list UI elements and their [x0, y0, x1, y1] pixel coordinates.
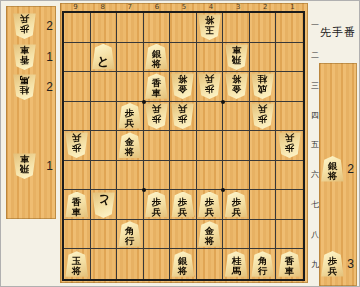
board-cell-1九[interactable]: 香車	[276, 249, 303, 279]
board-cell-8九[interactable]	[91, 249, 118, 279]
board-cell-1五[interactable]: 歩兵	[276, 131, 303, 161]
piece-kanji: 角	[258, 256, 267, 266]
board-cell-6七[interactable]: 歩兵	[144, 190, 171, 220]
gote-piece-5四[interactable]: 歩兵	[171, 103, 194, 129]
piece-kanji: 車	[20, 45, 29, 55]
sente-piece-inhand[interactable]: 歩兵	[321, 251, 344, 277]
piece-kanji: 歩	[328, 256, 337, 266]
board-cell-4五[interactable]	[197, 131, 224, 161]
sente-piece-1九[interactable]: 香車	[278, 251, 301, 277]
file-label: 3	[225, 3, 252, 11]
piece-kanji: 香	[20, 55, 29, 65]
sente-piece-5九[interactable]: 銀将	[171, 251, 194, 277]
gote-piece-5三[interactable]: 金将	[171, 73, 194, 99]
board-cell-6九[interactable]	[144, 249, 171, 279]
gote-piece-6四[interactable]: 歩兵	[145, 103, 168, 129]
piece-kanji: 兵	[152, 104, 161, 114]
sente-piece-9九[interactable]: 玉将	[65, 251, 88, 277]
piece-kanji: 歩	[152, 114, 161, 124]
piece-kanji: 馬	[231, 266, 240, 276]
board-cell-3八[interactable]	[223, 220, 250, 250]
piece-kanji: 歩	[231, 197, 240, 207]
sente-hand-count: 2	[347, 162, 354, 176]
gote-hand-歩兵: 歩兵2	[6, 13, 56, 41]
piece-kanji: 桂	[20, 85, 29, 95]
board-cell-8三[interactable]	[91, 72, 118, 102]
piece-kanji: 銀	[178, 256, 187, 266]
board-cell-8七[interactable]: と	[91, 190, 118, 220]
sente-piece-7八[interactable]: 角行	[118, 221, 141, 247]
sente-piece-7五[interactable]: 金将	[118, 132, 141, 158]
board-cell-9二[interactable]	[64, 43, 91, 73]
gote-hand-香車: 香車1	[6, 44, 56, 72]
board-cell-7七[interactable]	[117, 190, 144, 220]
piece-kanji: 飛	[231, 55, 240, 65]
board-cell-2六[interactable]	[250, 161, 277, 191]
board-cell-3四[interactable]	[223, 102, 250, 132]
file-label: 4	[198, 3, 225, 11]
sente-hand-銀将: 銀将2	[319, 156, 357, 184]
piece-kanji: と	[97, 193, 110, 208]
board-cell-1七[interactable]	[276, 190, 303, 220]
board-cell-1四[interactable]	[276, 102, 303, 132]
piece-kanji: 銀	[328, 161, 337, 171]
board-cell-6一[interactable]	[144, 13, 171, 43]
board-cell-5五[interactable]	[170, 131, 197, 161]
turn-indicator: 先手番	[315, 25, 360, 40]
piece-kanji: 車	[72, 207, 81, 217]
gote-hand-桂馬: 桂馬2	[6, 74, 56, 102]
gote-hand-count: 1	[46, 50, 53, 64]
piece-kanji: 金	[231, 84, 240, 94]
board-cell-9三[interactable]	[64, 72, 91, 102]
file-label: 5	[170, 3, 197, 11]
board-cell-9八[interactable]	[64, 220, 91, 250]
sente-piece-3七[interactable]: 歩兵	[225, 192, 248, 218]
board-cell-5二[interactable]	[170, 43, 197, 73]
gote-captured-tray: 歩兵2香車1桂馬2飛車1	[6, 6, 56, 219]
sente-hand-count: 3	[347, 257, 354, 271]
sente-piece-9七[interactable]: 香車	[65, 192, 88, 218]
piece-kanji: 兵	[231, 207, 240, 217]
board-cell-3三[interactable]: 金将	[223, 72, 250, 102]
piece-kanji: 金	[205, 226, 214, 236]
board-cell-7六[interactable]	[117, 161, 144, 191]
piece-kanji: 金	[125, 137, 134, 147]
gote-piece-inhand[interactable]: 桂馬	[13, 74, 36, 100]
file-label: 1	[279, 3, 306, 11]
piece-kanji: 兵	[205, 74, 214, 84]
board-cell-3二[interactable]: 飛車	[223, 43, 250, 73]
board-cell-9七[interactable]: 香車	[64, 190, 91, 220]
file-label: 6	[143, 3, 170, 11]
board-cell-1六[interactable]	[276, 161, 303, 191]
board-cell-4一[interactable]: 玉将	[197, 13, 224, 43]
board-cell-6四[interactable]: 歩兵	[144, 102, 171, 132]
board-cell-9五[interactable]: 歩兵	[64, 131, 91, 161]
board-cell-4二[interactable]	[197, 43, 224, 73]
sente-piece-2九[interactable]: 角行	[251, 251, 274, 277]
file-label: 2	[252, 3, 279, 11]
piece-kanji: 桂	[231, 256, 240, 266]
board-cell-9四[interactable]	[64, 102, 91, 132]
gote-piece-2三[interactable]: 成桂	[251, 73, 274, 99]
board-cell-7八[interactable]: 角行	[117, 220, 144, 250]
piece-kanji: 車	[285, 266, 294, 276]
piece-kanji: 歩	[205, 197, 214, 207]
shogi-app-window: 歩兵2香車1桂馬2飛車1 987654321 玉将と銀将飛車香車金将歩兵金将成桂…	[0, 0, 360, 287]
board-cell-5六[interactable]	[170, 161, 197, 191]
board-cell-4三[interactable]: 歩兵	[197, 72, 224, 102]
board-cell-4八[interactable]: 金将	[197, 220, 224, 250]
piece-kanji: 将	[231, 74, 240, 84]
piece-kanji: 角	[125, 226, 134, 236]
sente-piece-5七[interactable]: 歩兵	[171, 192, 194, 218]
piece-kanji: 歩	[285, 143, 294, 153]
piece-kanji: 歩	[72, 143, 81, 153]
gote-piece-3二[interactable]: 飛車	[225, 44, 248, 70]
board-cell-9一[interactable]	[64, 13, 91, 43]
gote-piece-3三[interactable]: 金将	[225, 73, 248, 99]
gote-hand-count: 2	[46, 19, 53, 33]
piece-kanji: 歩	[125, 108, 134, 118]
piece-kanji: 兵	[258, 104, 267, 114]
board-cell-5七[interactable]: 歩兵	[170, 190, 197, 220]
piece-kanji: 香	[285, 256, 294, 266]
piece-kanji: 将	[328, 171, 337, 181]
board-cell-1一[interactable]	[276, 13, 303, 43]
board-cell-2四[interactable]: 歩兵	[250, 102, 277, 132]
piece-kanji: 成	[258, 84, 267, 94]
piece-kanji: 兵	[20, 14, 29, 24]
sente-piece-6二[interactable]: 銀将	[145, 44, 168, 70]
gote-piece-inhand[interactable]: 歩兵	[13, 13, 36, 39]
board-cell-1八[interactable]	[276, 220, 303, 250]
board-cell-1三[interactable]	[276, 72, 303, 102]
board-cell-2三[interactable]: 成桂	[250, 72, 277, 102]
piece-kanji: 歩	[20, 24, 29, 34]
piece-kanji: 将	[72, 266, 81, 276]
file-labels: 987654321	[62, 3, 306, 11]
board-cell-8二[interactable]: と	[91, 43, 118, 73]
hoshi-dot	[221, 100, 225, 104]
board-cell-3九[interactable]: 桂馬	[223, 249, 250, 279]
board-cell-4七[interactable]: 歩兵	[197, 190, 224, 220]
board-cell-6二[interactable]: 銀将	[144, 43, 171, 73]
board-cell-6六[interactable]	[144, 161, 171, 191]
piece-kanji: 行	[125, 236, 134, 246]
hoshi-dot	[142, 100, 146, 104]
board-cell-2一[interactable]	[250, 13, 277, 43]
piece-kanji: 歩	[178, 197, 187, 207]
gote-hand-count: 2	[46, 80, 53, 94]
board-cell-9九[interactable]: 玉将	[64, 249, 91, 279]
board-cell-5九[interactable]: 銀将	[170, 249, 197, 279]
piece-kanji: 兵	[328, 266, 337, 276]
board-cell-8四[interactable]	[91, 102, 118, 132]
board-cell-5八[interactable]	[170, 220, 197, 250]
hoshi-dot	[142, 188, 146, 192]
board-cell-4四[interactable]	[197, 102, 224, 132]
shogi-board: 987654321 玉将と銀将飛車香車金将歩兵金将成桂歩兵歩兵歩兵歩兵歩兵金将歩…	[60, 3, 308, 283]
piece-kanji: 桂	[258, 74, 267, 84]
piece-kanji: 将	[178, 74, 187, 84]
board-cell-2七[interactable]	[250, 190, 277, 220]
board-cell-3七[interactable]: 歩兵	[223, 190, 250, 220]
sente-hand-歩兵: 歩兵3	[319, 251, 357, 279]
piece-kanji: 将	[152, 59, 161, 69]
board-cell-6五[interactable]	[144, 131, 171, 161]
piece-kanji: 金	[178, 84, 187, 94]
board-cell-7四[interactable]: 歩兵	[117, 102, 144, 132]
piece-kanji: と	[97, 54, 110, 69]
board-cell-7一[interactable]	[117, 13, 144, 43]
piece-kanji: 車	[20, 154, 29, 164]
piece-kanji: 兵	[178, 104, 187, 114]
board-cell-7九[interactable]	[117, 249, 144, 279]
piece-kanji: 歩	[205, 84, 214, 94]
piece-kanji: 兵	[125, 118, 134, 128]
sente-piece-6三[interactable]: 香車	[145, 73, 168, 99]
piece-kanji: 香	[72, 197, 81, 207]
piece-kanji: 兵	[72, 133, 81, 143]
sente-piece-4七[interactable]: 歩兵	[198, 192, 221, 218]
board-cell-8六[interactable]	[91, 161, 118, 191]
piece-kanji: 兵	[178, 207, 187, 217]
gote-piece-4一[interactable]: 玉将	[198, 14, 221, 40]
board-cell-3六[interactable]	[223, 161, 250, 191]
sente-piece-6七[interactable]: 歩兵	[145, 192, 168, 218]
piece-kanji: 将	[125, 147, 134, 157]
hoshi-dot	[221, 188, 225, 192]
board-cell-7二[interactable]	[117, 43, 144, 73]
file-label: 9	[62, 3, 89, 11]
piece-kanji: 車	[152, 88, 161, 98]
board-cell-5一[interactable]	[170, 13, 197, 43]
file-label: 7	[116, 3, 143, 11]
piece-kanji: 銀	[152, 49, 161, 59]
board-cell-8八[interactable]	[91, 220, 118, 250]
piece-kanji: 歩	[152, 197, 161, 207]
board-cell-3五[interactable]	[223, 131, 250, 161]
piece-kanji: 歩	[178, 114, 187, 124]
gote-piece-8七[interactable]: と	[92, 192, 115, 218]
piece-kanji: 兵	[152, 207, 161, 217]
board-cell-4九[interactable]	[197, 249, 224, 279]
board-cell-4六[interactable]	[197, 161, 224, 191]
gote-piece-2四[interactable]: 歩兵	[251, 103, 274, 129]
board-cell-8一[interactable]	[91, 13, 118, 43]
piece-kanji: 飛	[20, 164, 29, 174]
piece-kanji: 香	[152, 78, 161, 88]
piece-kanji: 将	[205, 236, 214, 246]
piece-kanji: 歩	[258, 114, 267, 124]
board-grid: 玉将と銀将飛車香車金将歩兵金将成桂歩兵歩兵歩兵歩兵歩兵金将歩兵香車と歩兵歩兵歩兵…	[62, 11, 305, 281]
board-cell-2八[interactable]	[250, 220, 277, 250]
piece-kanji: 兵	[205, 207, 214, 217]
sente-piece-inhand[interactable]: 銀将	[321, 156, 344, 182]
piece-kanji: 玉	[72, 256, 81, 266]
gote-piece-1五[interactable]: 歩兵	[278, 132, 301, 158]
board-cell-5四[interactable]: 歩兵	[170, 102, 197, 132]
gote-piece-9五[interactable]: 歩兵	[65, 132, 88, 158]
piece-kanji: 将	[178, 266, 187, 276]
gote-hand-飛車: 飛車1	[6, 153, 56, 181]
board-cell-2二[interactable]	[250, 43, 277, 73]
board-cell-2五[interactable]	[250, 131, 277, 161]
piece-kanji: 行	[258, 266, 267, 276]
sente-captured-tray: 銀将2歩兵3	[319, 63, 357, 286]
gote-piece-inhand[interactable]: 飛車	[13, 153, 36, 179]
gote-piece-inhand[interactable]: 香車	[13, 44, 36, 70]
sente-piece-3九[interactable]: 桂馬	[225, 251, 248, 277]
sente-piece-4八[interactable]: 金将	[198, 221, 221, 247]
sente-piece-8二[interactable]: と	[92, 44, 115, 70]
board-cell-1二[interactable]	[276, 43, 303, 73]
board-cell-5三[interactable]: 金将	[170, 72, 197, 102]
board-cell-6三[interactable]: 香車	[144, 72, 171, 102]
piece-kanji: 車	[231, 45, 240, 55]
board-cell-3一[interactable]	[223, 13, 250, 43]
board-cell-2九[interactable]: 角行	[250, 249, 277, 279]
piece-kanji: 将	[205, 15, 214, 25]
board-cell-6八[interactable]	[144, 220, 171, 250]
piece-kanji: 玉	[205, 25, 214, 35]
board-cell-9六[interactable]	[64, 161, 91, 191]
board-cell-8五[interactable]	[91, 131, 118, 161]
board-cell-7五[interactable]: 金将	[117, 131, 144, 161]
gote-piece-4三[interactable]: 歩兵	[198, 73, 221, 99]
gote-hand-count: 1	[46, 159, 53, 173]
sente-piece-7四[interactable]: 歩兵	[118, 103, 141, 129]
file-label: 8	[89, 3, 116, 11]
piece-kanji: 馬	[20, 75, 29, 85]
board-cell-7三[interactable]	[117, 72, 144, 102]
piece-kanji: 兵	[285, 133, 294, 143]
